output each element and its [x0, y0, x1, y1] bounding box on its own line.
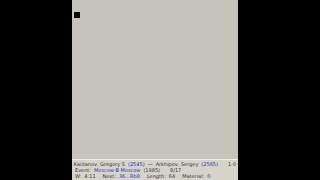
length-value: 64 — [169, 173, 175, 179]
black-player-elo: (2565) — [201, 161, 218, 167]
chess-panel: Kaidanov, Gregory S(2545)—Arkhipov, Serg… — [72, 0, 238, 180]
next-move-label: Next: — [103, 173, 116, 179]
letterbox-left — [0, 0, 72, 180]
next-move-value: 36...Rb8 — [119, 173, 140, 179]
file-labels-top — [86, 1, 230, 7]
letterbox-right — [238, 0, 320, 180]
rank-labels-right — [230, 8, 242, 152]
chess-board — [86, 8, 230, 152]
material-label: Material: — [182, 173, 204, 179]
video-frame: Kaidanov, Gregory S(2545)—Arkhipov, Serg… — [0, 0, 320, 180]
rank-labels-left — [73, 8, 85, 152]
length-label: Length: — [147, 173, 166, 179]
status-line: W:4:11Next:36...Rb8Length:64Material:0 — [75, 173, 210, 179]
clock-value: 4:11 — [84, 173, 95, 179]
game-result: 1-0 — [228, 161, 236, 167]
caption-area: Kaidanov, Gregory S(2545)—Arkhipov, Serg… — [72, 159, 238, 180]
clock-label: W: — [75, 173, 81, 179]
material-value: 0 — [207, 173, 210, 179]
